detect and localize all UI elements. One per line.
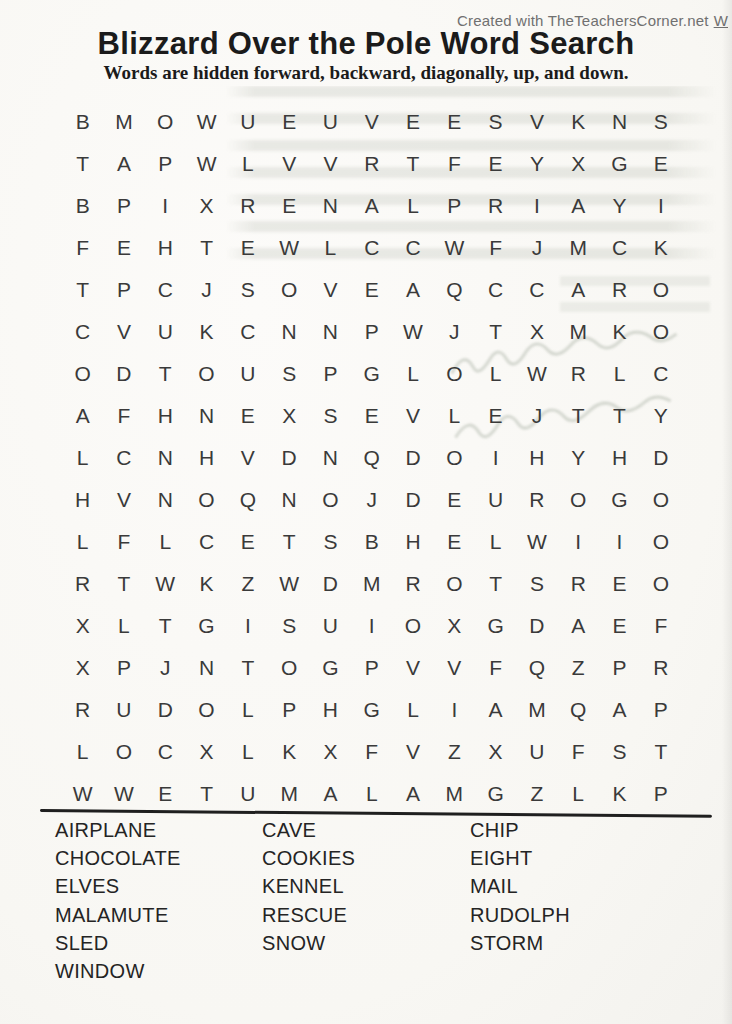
grid-cell-r11c3: L [145, 520, 186, 562]
grid-cell-r13c11: G [475, 604, 516, 646]
grid-cell-r9c15: D [640, 436, 681, 478]
grid-cell-r9c11: I [475, 436, 516, 478]
grid-cell-r3c7: N [310, 184, 351, 226]
grid-cell-r5c5: S [227, 268, 268, 310]
grid-cell-r12c11: T [475, 562, 516, 604]
grid-cell-r13c8: I [351, 604, 392, 646]
grid-cell-r3c2: P [103, 184, 144, 226]
grid-cell-r4c5: E [227, 226, 268, 268]
grid-cell-r13c13: A [558, 604, 599, 646]
grid-cell-r6c4: K [186, 310, 227, 352]
grid-cell-r5c9: A [392, 268, 433, 310]
grid-cell-r17c7: A [310, 772, 351, 814]
grid-cell-r11c15: O [640, 520, 681, 562]
grid-cell-r16c8: F [351, 730, 392, 772]
grid-cell-r17c13: L [558, 772, 599, 814]
grid-cell-r1c9: E [392, 100, 433, 142]
grid-cell-r3c14: Y [599, 184, 640, 226]
grid-cell-r15c4: O [186, 688, 227, 730]
grid-cell-r1c15: S [640, 100, 681, 142]
grid-cell-r6c3: U [145, 310, 186, 352]
grid-cell-r6c6: N [268, 310, 309, 352]
grid-cell-r7c4: O [186, 352, 227, 394]
grid-cell-r11c10: E [434, 520, 475, 562]
grid-cell-r16c5: L [227, 730, 268, 772]
grid-cell-r17c9: A [392, 772, 433, 814]
grid-cell-r9c14: H [599, 436, 640, 478]
word-item-eight: EIGHT [470, 844, 570, 872]
word-item-kennel: KENNEL [262, 872, 355, 900]
grid-cell-r5c2: P [103, 268, 144, 310]
grid-cell-r5c8: E [351, 268, 392, 310]
grid-cell-r6c14: K [599, 310, 640, 352]
grid-cell-r7c13: R [558, 352, 599, 394]
grid-cell-r15c14: A [599, 688, 640, 730]
grid-cell-r16c12: U [516, 730, 557, 772]
grid-cell-r17c2: W [103, 772, 144, 814]
grid-cell-r15c8: G [351, 688, 392, 730]
grid-cell-r1c3: O [145, 100, 186, 142]
grid-cell-r7c14: L [599, 352, 640, 394]
grid-cell-r17c1: W [62, 772, 103, 814]
grid-cell-r11c4: C [186, 520, 227, 562]
grid-cell-r12c1: R [62, 562, 103, 604]
grid-cell-r6c7: N [310, 310, 351, 352]
grid-cell-r6c11: T [475, 310, 516, 352]
word-item-storm: STORM [470, 929, 570, 957]
grid-cell-r8c14: T [599, 394, 640, 436]
grid-cell-r8c5: E [227, 394, 268, 436]
grid-cell-r9c5: V [227, 436, 268, 478]
grid-cell-r9c3: N [145, 436, 186, 478]
grid-cell-r2c1: T [62, 142, 103, 184]
grid-cell-r3c10: P [434, 184, 475, 226]
grid-cell-r7c1: O [62, 352, 103, 394]
grid-cell-r13c15: F [640, 604, 681, 646]
grid-cell-r9c6: D [268, 436, 309, 478]
grid-cell-r8c13: T [558, 394, 599, 436]
grid-cell-r10c12: R [516, 478, 557, 520]
grid-cell-r17c6: M [268, 772, 309, 814]
grid-cell-r12c2: T [103, 562, 144, 604]
grid-cell-r1c11: S [475, 100, 516, 142]
grid-cell-r13c5: I [227, 604, 268, 646]
grid-cell-r10c3: N [145, 478, 186, 520]
grid-cell-r11c11: L [475, 520, 516, 562]
grid-cell-r10c6: N [268, 478, 309, 520]
grid-cell-r14c8: P [351, 646, 392, 688]
grid-cell-r14c2: P [103, 646, 144, 688]
grid-cell-r16c10: Z [434, 730, 475, 772]
grid-cell-r16c4: X [186, 730, 227, 772]
grid-cell-r1c2: M [103, 100, 144, 142]
grid-cell-r9c10: O [434, 436, 475, 478]
scanned-worksheet-page: Created with TheTeachersCorner.netW Bliz… [0, 0, 732, 1024]
grid-cell-r15c5: L [227, 688, 268, 730]
word-item-airplane: AIRPLANE [55, 816, 181, 844]
grid-cell-r10c1: H [62, 478, 103, 520]
grid-cell-r12c10: O [434, 562, 475, 604]
grid-cell-r15c10: I [434, 688, 475, 730]
grid-cell-r7c11: L [475, 352, 516, 394]
grid-cell-r14c1: X [62, 646, 103, 688]
grid-cell-r12c5: Z [227, 562, 268, 604]
grid-cell-r17c5: U [227, 772, 268, 814]
grid-cell-r4c14: C [599, 226, 640, 268]
grid-cell-r3c13: A [558, 184, 599, 226]
grid-cell-r5c14: R [599, 268, 640, 310]
grid-cell-r16c15: T [640, 730, 681, 772]
grid-cell-r2c2: A [103, 142, 144, 184]
grid-cell-r10c15: O [640, 478, 681, 520]
word-item-chocolate: CHOCOLATE [55, 844, 181, 872]
grid-cell-r4c11: F [475, 226, 516, 268]
grid-cell-r2c12: Y [516, 142, 557, 184]
grid-cell-r13c2: L [103, 604, 144, 646]
grid-cell-r2c13: X [558, 142, 599, 184]
grid-cell-r14c4: N [186, 646, 227, 688]
grid-cell-r2c5: L [227, 142, 268, 184]
word-item-chip: CHIP [470, 816, 570, 844]
grid-cell-r17c12: Z [516, 772, 557, 814]
grid-cell-r3c15: I [640, 184, 681, 226]
grid-cell-r16c9: V [392, 730, 433, 772]
grid-cell-r3c9: L [392, 184, 433, 226]
grid-cell-r7c8: G [351, 352, 392, 394]
grid-cell-r5c6: O [268, 268, 309, 310]
grid-cell-r17c11: G [475, 772, 516, 814]
grid-cell-r15c15: P [640, 688, 681, 730]
grid-cell-r12c12: S [516, 562, 557, 604]
grid-cell-r5c11: C [475, 268, 516, 310]
grid-cell-r5c3: C [145, 268, 186, 310]
word-item-snow: SNOW [262, 929, 355, 957]
grid-cell-r7c15: C [640, 352, 681, 394]
grid-cell-r5c12: C [516, 268, 557, 310]
grid-cell-r12c9: R [392, 562, 433, 604]
grid-cell-r8c3: H [145, 394, 186, 436]
grid-cell-r11c13: I [558, 520, 599, 562]
grid-cell-r14c12: Q [516, 646, 557, 688]
grid-cell-r8c10: L [434, 394, 475, 436]
grid-cell-r14c7: G [310, 646, 351, 688]
grid-cell-r5c13: A [558, 268, 599, 310]
grid-cell-r5c15: O [640, 268, 681, 310]
instructions-text: Words are hidden forward, backward, diag… [0, 62, 732, 84]
grid-cell-r9c4: H [186, 436, 227, 478]
grid-cell-r15c3: D [145, 688, 186, 730]
grid-cell-r11c12: W [516, 520, 557, 562]
grid-cell-r5c1: T [62, 268, 103, 310]
grid-cell-r15c11: A [475, 688, 516, 730]
grid-cell-r2c10: F [434, 142, 475, 184]
grid-cell-r2c7: V [310, 142, 351, 184]
grid-cell-r15c6: P [268, 688, 309, 730]
grid-cell-r3c11: R [475, 184, 516, 226]
grid-cell-r13c7: U [310, 604, 351, 646]
grid-cell-r11c6: T [268, 520, 309, 562]
grid-cell-r17c4: T [186, 772, 227, 814]
grid-cell-r14c3: J [145, 646, 186, 688]
grid-cell-r8c4: N [186, 394, 227, 436]
grid-cell-r1c7: U [310, 100, 351, 142]
grid-cell-r6c9: W [392, 310, 433, 352]
grid-cell-r6c2: V [103, 310, 144, 352]
grid-cell-r17c3: E [145, 772, 186, 814]
word-item-rudolph: RUDOLPH [470, 901, 570, 929]
grid-cell-r11c8: B [351, 520, 392, 562]
grid-cell-r13c4: G [186, 604, 227, 646]
grid-cell-r3c5: R [227, 184, 268, 226]
grid-cell-r7c12: W [516, 352, 557, 394]
grid-cell-r9c9: D [392, 436, 433, 478]
grid-cell-r8c6: X [268, 394, 309, 436]
word-grid: BMOWUEUVEESVKNSTAPWLVVRTFEYXGEBPIXRENALP… [62, 100, 681, 814]
grid-cell-r2c9: T [392, 142, 433, 184]
grid-cell-r3c3: I [145, 184, 186, 226]
grid-cell-r14c11: F [475, 646, 516, 688]
grid-cell-r5c10: Q [434, 268, 475, 310]
grid-cell-r10c7: O [310, 478, 351, 520]
word-list-column-2: CAVECOOKIESKENNELRESCUESNOW [262, 816, 355, 957]
word-item-malamute: MALAMUTE [55, 901, 181, 929]
grid-cell-r6c1: C [62, 310, 103, 352]
grid-cell-r11c7: S [310, 520, 351, 562]
grid-cell-r7c9: L [392, 352, 433, 394]
page-title: Blizzard Over the Pole Word Search [0, 26, 732, 62]
grid-cell-r9c1: L [62, 436, 103, 478]
grid-cell-r14c15: R [640, 646, 681, 688]
grid-cell-r13c12: D [516, 604, 557, 646]
grid-cell-r12c6: W [268, 562, 309, 604]
grid-cell-r11c14: I [599, 520, 640, 562]
grid-cell-r6c13: M [558, 310, 599, 352]
grid-cell-r14c10: V [434, 646, 475, 688]
grid-cell-r10c9: D [392, 478, 433, 520]
grid-cell-r9c12: H [516, 436, 557, 478]
grid-cell-r2c14: G [599, 142, 640, 184]
grid-cell-r10c11: U [475, 478, 516, 520]
grid-cell-r4c13: M [558, 226, 599, 268]
grid-cell-r10c5: Q [227, 478, 268, 520]
grid-cell-r4c10: W [434, 226, 475, 268]
grid-cell-r2c3: P [145, 142, 186, 184]
word-item-window: WINDOW [55, 957, 181, 985]
grid-cell-r7c5: U [227, 352, 268, 394]
grid-cell-r11c2: F [103, 520, 144, 562]
grid-cell-r4c2: E [103, 226, 144, 268]
grid-cell-r6c12: X [516, 310, 557, 352]
word-item-sled: SLED [55, 929, 181, 957]
grid-cell-r1c4: W [186, 100, 227, 142]
grid-cell-r4c3: H [145, 226, 186, 268]
grid-cell-r3c8: A [351, 184, 392, 226]
grid-cell-r4c15: K [640, 226, 681, 268]
grid-cell-r6c10: J [434, 310, 475, 352]
grid-cell-r4c4: T [186, 226, 227, 268]
grid-cell-r14c14: P [599, 646, 640, 688]
grid-cell-r11c9: H [392, 520, 433, 562]
grid-cell-r16c1: L [62, 730, 103, 772]
grid-cell-r9c8: Q [351, 436, 392, 478]
grid-cell-r1c6: E [268, 100, 309, 142]
grid-cell-r4c1: F [62, 226, 103, 268]
grid-cell-r2c4: W [186, 142, 227, 184]
grid-cell-r1c1: B [62, 100, 103, 142]
grid-cell-r17c8: L [351, 772, 392, 814]
grid-cell-r12c7: D [310, 562, 351, 604]
grid-cell-r17c10: M [434, 772, 475, 814]
grid-cell-r8c8: E [351, 394, 392, 436]
grid-cell-r1c5: U [227, 100, 268, 142]
grid-cell-r7c7: P [310, 352, 351, 394]
grid-cell-r12c14: E [599, 562, 640, 604]
grid-cell-r16c6: K [268, 730, 309, 772]
grid-cell-r2c15: E [640, 142, 681, 184]
grid-cell-r8c9: V [392, 394, 433, 436]
grid-cell-r16c13: F [558, 730, 599, 772]
word-list: AIRPLANECHOCOLATEELVESMALAMUTESLEDWINDOW… [0, 816, 732, 996]
grid-cell-r2c8: R [351, 142, 392, 184]
grid-cell-r12c15: O [640, 562, 681, 604]
grid-cell-r15c13: Q [558, 688, 599, 730]
grid-cell-r6c15: O [640, 310, 681, 352]
grid-cell-r13c1: X [62, 604, 103, 646]
grid-cell-r15c9: L [392, 688, 433, 730]
grid-cell-r13c6: S [268, 604, 309, 646]
grid-cell-r12c8: M [351, 562, 392, 604]
grid-cell-r6c5: C [227, 310, 268, 352]
word-list-column-3: CHIPEIGHTMAILRUDOLPHSTORM [470, 816, 570, 957]
grid-cell-r3c12: I [516, 184, 557, 226]
grid-cell-r15c7: H [310, 688, 351, 730]
grid-cell-r16c2: O [103, 730, 144, 772]
grid-cell-r17c15: P [640, 772, 681, 814]
grid-cell-r1c14: N [599, 100, 640, 142]
word-item-mail: MAIL [470, 872, 570, 900]
grid-cell-r8c2: F [103, 394, 144, 436]
grid-cell-r10c2: V [103, 478, 144, 520]
word-item-cave: CAVE [262, 816, 355, 844]
grid-cell-r17c14: K [599, 772, 640, 814]
grid-cell-r3c1: B [62, 184, 103, 226]
grid-cell-r13c3: T [145, 604, 186, 646]
grid-cell-r13c10: X [434, 604, 475, 646]
grid-cell-r10c4: O [186, 478, 227, 520]
grid-cell-r16c11: X [475, 730, 516, 772]
grid-cell-r8c7: S [310, 394, 351, 436]
grid-cell-r1c10: E [434, 100, 475, 142]
word-item-rescue: RESCUE [262, 901, 355, 929]
grid-cell-r4c9: C [392, 226, 433, 268]
grid-cell-r4c8: C [351, 226, 392, 268]
grid-cell-r14c6: O [268, 646, 309, 688]
grid-cell-r8c11: E [475, 394, 516, 436]
grid-cell-r14c9: V [392, 646, 433, 688]
grid-cell-r9c13: Y [558, 436, 599, 478]
grid-cell-r7c6: S [268, 352, 309, 394]
grid-cell-r12c3: W [145, 562, 186, 604]
grid-cell-r10c13: O [558, 478, 599, 520]
grid-cell-r2c11: E [475, 142, 516, 184]
grid-cell-r15c1: R [62, 688, 103, 730]
grid-cell-r4c12: J [516, 226, 557, 268]
grid-cell-r7c10: O [434, 352, 475, 394]
grid-cell-r4c7: L [310, 226, 351, 268]
grid-cell-r9c2: C [103, 436, 144, 478]
grid-cell-r5c7: V [310, 268, 351, 310]
grid-cell-r2c6: V [268, 142, 309, 184]
grid-cell-r11c1: L [62, 520, 103, 562]
grid-cell-r9c7: N [310, 436, 351, 478]
word-list-column-1: AIRPLANECHOCOLATEELVESMALAMUTESLEDWINDOW [55, 816, 181, 985]
grid-cell-r10c14: G [599, 478, 640, 520]
grid-cell-r4c6: W [268, 226, 309, 268]
grid-cell-r10c10: E [434, 478, 475, 520]
grid-cell-r12c13: R [558, 562, 599, 604]
grid-cell-r7c3: T [145, 352, 186, 394]
grid-cell-r16c3: C [145, 730, 186, 772]
grid-cell-r8c1: A [62, 394, 103, 436]
grid-cell-r13c9: O [392, 604, 433, 646]
grid-cell-r8c12: J [516, 394, 557, 436]
grid-cell-r7c2: D [103, 352, 144, 394]
grid-cell-r5c4: J [186, 268, 227, 310]
grid-cell-r1c8: V [351, 100, 392, 142]
grid-cell-r1c12: V [516, 100, 557, 142]
grid-cell-r10c8: J [351, 478, 392, 520]
grid-cell-r6c8: P [351, 310, 392, 352]
grid-cell-r15c2: U [103, 688, 144, 730]
grid-cell-r8c15: Y [640, 394, 681, 436]
grid-cell-r16c14: S [599, 730, 640, 772]
grid-cell-r16c7: X [310, 730, 351, 772]
grid-cell-r14c13: Z [558, 646, 599, 688]
grid-cell-r3c4: X [186, 184, 227, 226]
grid-cell-r15c12: M [516, 688, 557, 730]
grid-cell-r14c5: T [227, 646, 268, 688]
grid-cell-r11c5: E [227, 520, 268, 562]
grid-cell-r1c13: K [558, 100, 599, 142]
grid-cell-r12c4: K [186, 562, 227, 604]
word-item-elves: ELVES [55, 872, 181, 900]
word-item-cookies: COOKIES [262, 844, 355, 872]
grid-cell-r3c6: E [268, 184, 309, 226]
grid-cell-r13c14: E [599, 604, 640, 646]
